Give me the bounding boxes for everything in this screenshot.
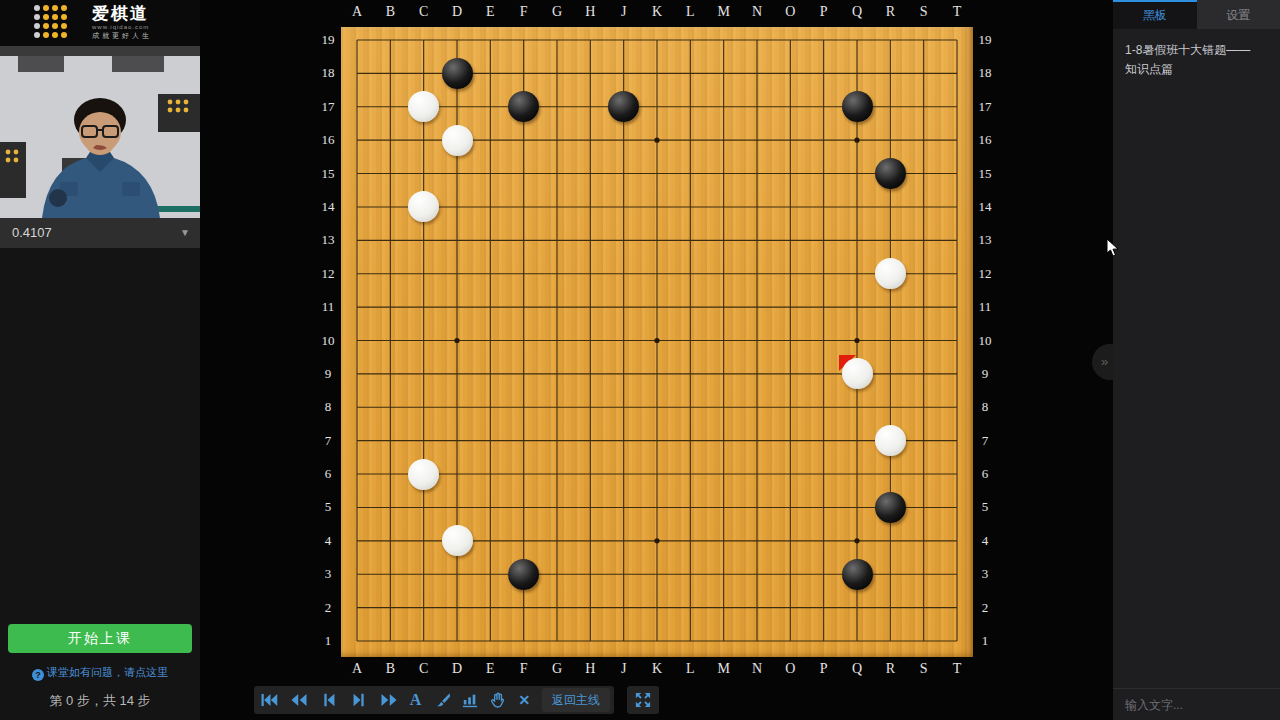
col-label-top-K: K bbox=[645, 4, 669, 20]
col-label-bottom-K: K bbox=[645, 661, 669, 677]
row-label-left-9: 9 bbox=[316, 366, 340, 382]
go-board-area: AABBCCDDEEFFGGHHJJKKLLMMNNOOPPQQRRSSTT11… bbox=[200, 0, 1113, 720]
row-label-left-6: 6 bbox=[316, 466, 340, 482]
right-sidebar: 黑板 设置 1-8暑假班十大错题—— 知识点篇 发送 bbox=[1113, 0, 1280, 720]
sidebar-tab-bar: 黑板 设置 bbox=[1113, 0, 1280, 29]
brand-text: 爱棋道 www.iqidao.com 成就更好人生 bbox=[92, 5, 152, 41]
go-board[interactable] bbox=[341, 27, 973, 657]
fast-rewind-button[interactable] bbox=[284, 686, 314, 714]
row-label-left-19: 19 bbox=[316, 32, 340, 48]
row-label-right-7: 7 bbox=[973, 433, 997, 449]
help-link[interactable]: ?课堂如有问题，请点这里 bbox=[0, 665, 200, 681]
move-step-status: 第 0 步，共 14 步 bbox=[0, 692, 200, 710]
col-label-bottom-R: R bbox=[878, 661, 902, 677]
brush-tool-button[interactable] bbox=[429, 686, 456, 714]
col-label-bottom-T: T bbox=[945, 661, 969, 677]
col-label-top-R: R bbox=[878, 4, 902, 20]
fullscreen-button[interactable] bbox=[628, 686, 658, 714]
fast-forward-button[interactable] bbox=[374, 686, 404, 714]
col-label-bottom-B: B bbox=[378, 661, 402, 677]
chevron-down-icon: ▼ bbox=[180, 218, 190, 248]
brand-url: www.iqidao.com bbox=[92, 24, 152, 30]
row-label-left-2: 2 bbox=[316, 600, 340, 616]
col-label-bottom-G: G bbox=[545, 661, 569, 677]
col-label-bottom-Q: Q bbox=[845, 661, 869, 677]
col-label-bottom-N: N bbox=[745, 661, 769, 677]
row-label-right-14: 14 bbox=[973, 199, 997, 215]
brand-slogan: 成就更好人生 bbox=[92, 31, 152, 41]
brand-logo-icon bbox=[34, 5, 70, 41]
row-label-right-9: 9 bbox=[973, 366, 997, 382]
question-icon: ? bbox=[32, 669, 44, 681]
chart-icon bbox=[462, 692, 478, 708]
row-label-left-17: 17 bbox=[316, 99, 340, 115]
chart-tool-button[interactable] bbox=[456, 686, 483, 714]
skip-to-start-button[interactable] bbox=[254, 686, 284, 714]
row-label-right-10: 10 bbox=[973, 333, 997, 349]
col-label-top-A: A bbox=[345, 4, 369, 20]
row-label-right-11: 11 bbox=[973, 299, 997, 315]
row-label-right-16: 16 bbox=[973, 132, 997, 148]
black-stone-F3[interactable] bbox=[508, 559, 539, 590]
row-label-right-2: 2 bbox=[973, 600, 997, 616]
annotation-toolbar: A ✕ 返回主线 bbox=[402, 686, 614, 714]
chat-bar: 发送 bbox=[1113, 688, 1280, 720]
black-stone-R15[interactable] bbox=[875, 158, 906, 189]
black-stone-D18[interactable] bbox=[442, 58, 473, 89]
black-stone-Q3[interactable] bbox=[842, 559, 873, 590]
row-label-right-3: 3 bbox=[973, 566, 997, 582]
col-label-top-G: G bbox=[545, 4, 569, 20]
help-text: 课堂如有问题，请点这里 bbox=[47, 666, 168, 678]
col-label-bottom-C: C bbox=[412, 661, 436, 677]
col-label-top-E: E bbox=[478, 4, 502, 20]
stream-quality-dropdown[interactable]: 0.4107 ▼ bbox=[0, 218, 200, 248]
step-back-button[interactable] bbox=[314, 686, 344, 714]
tab-blackboard[interactable]: 黑板 bbox=[1113, 0, 1197, 29]
col-label-bottom-O: O bbox=[778, 661, 802, 677]
start-class-button[interactable]: 开始上课 bbox=[8, 624, 192, 653]
row-label-left-18: 18 bbox=[316, 65, 340, 81]
col-label-bottom-H: H bbox=[578, 661, 602, 677]
col-label-top-P: P bbox=[812, 4, 836, 20]
col-label-top-D: D bbox=[445, 4, 469, 20]
col-label-bottom-E: E bbox=[478, 661, 502, 677]
white-stone-D16[interactable] bbox=[442, 125, 473, 156]
row-label-right-15: 15 bbox=[973, 166, 997, 182]
col-label-bottom-L: L bbox=[678, 661, 702, 677]
brush-icon bbox=[435, 692, 451, 708]
row-label-left-10: 10 bbox=[316, 333, 340, 349]
app-window: 爱棋道 www.iqidao.com 成就更好人生 bbox=[0, 0, 1280, 720]
fullscreen-expand-icon bbox=[635, 692, 651, 708]
col-label-bottom-A: A bbox=[345, 661, 369, 677]
mouse-cursor bbox=[1106, 238, 1120, 262]
clear-annotation-button[interactable]: ✕ bbox=[511, 686, 538, 714]
step-forward-button[interactable] bbox=[344, 686, 374, 714]
col-label-top-N: N bbox=[745, 4, 769, 20]
row-label-right-19: 19 bbox=[973, 32, 997, 48]
row-label-left-11: 11 bbox=[316, 299, 340, 315]
col-label-bottom-S: S bbox=[912, 661, 936, 677]
row-label-right-18: 18 bbox=[973, 65, 997, 81]
stream-quality-value: 0.4107 bbox=[12, 225, 52, 240]
col-label-bottom-P: P bbox=[812, 661, 836, 677]
row-label-left-13: 13 bbox=[316, 232, 340, 248]
brand-header: 爱棋道 www.iqidao.com 成就更好人生 bbox=[0, 0, 200, 46]
row-label-right-6: 6 bbox=[973, 466, 997, 482]
row-label-left-7: 7 bbox=[316, 433, 340, 449]
board-grid bbox=[341, 27, 973, 657]
text-tool-button[interactable]: A bbox=[402, 686, 429, 714]
row-label-right-1: 1 bbox=[973, 633, 997, 649]
chevrons-right-icon: » bbox=[1101, 354, 1108, 369]
tab-settings[interactable]: 设置 bbox=[1197, 0, 1280, 29]
row-label-right-8: 8 bbox=[973, 399, 997, 415]
return-main-line-button[interactable]: 返回主线 bbox=[542, 688, 610, 712]
col-label-bottom-D: D bbox=[445, 661, 469, 677]
col-label-bottom-J: J bbox=[612, 661, 636, 677]
close-icon: ✕ bbox=[519, 692, 531, 708]
col-label-top-H: H bbox=[578, 4, 602, 20]
brand-title: 爱棋道 bbox=[92, 5, 152, 22]
left-sidebar: 爱棋道 www.iqidao.com 成就更好人生 bbox=[0, 0, 200, 720]
row-label-right-12: 12 bbox=[973, 266, 997, 282]
col-label-top-C: C bbox=[412, 4, 436, 20]
col-label-top-B: B bbox=[378, 4, 402, 20]
col-label-bottom-F: F bbox=[512, 661, 536, 677]
col-label-top-M: M bbox=[712, 4, 736, 20]
row-label-left-8: 8 bbox=[316, 399, 340, 415]
row-label-left-3: 3 bbox=[316, 566, 340, 582]
lesson-title: 1-8暑假班十大错题—— 知识点篇 bbox=[1113, 29, 1280, 79]
black-stone-R5[interactable] bbox=[875, 492, 906, 523]
row-label-right-5: 5 bbox=[973, 499, 997, 515]
row-label-right-4: 4 bbox=[973, 533, 997, 549]
row-label-left-15: 15 bbox=[316, 166, 340, 182]
row-label-left-4: 4 bbox=[316, 533, 340, 549]
row-label-right-13: 13 bbox=[973, 232, 997, 248]
col-label-top-J: J bbox=[612, 4, 636, 20]
text-tool-icon: A bbox=[410, 691, 422, 709]
row-label-left-12: 12 bbox=[316, 266, 340, 282]
row-label-right-17: 17 bbox=[973, 99, 997, 115]
lesson-title-line2: 知识点篇 bbox=[1125, 60, 1268, 79]
col-label-top-T: T bbox=[945, 4, 969, 20]
chat-input[interactable] bbox=[1113, 698, 1280, 712]
col-label-bottom-M: M bbox=[712, 661, 736, 677]
hand-tool-button[interactable] bbox=[484, 686, 511, 714]
lesson-title-line1: 1-8暑假班十大错题—— bbox=[1125, 41, 1268, 60]
white-stone-Q9[interactable] bbox=[842, 358, 873, 389]
teacher-video-feed bbox=[0, 46, 200, 218]
black-stone-Q17[interactable] bbox=[842, 91, 873, 122]
row-label-left-16: 16 bbox=[316, 132, 340, 148]
col-label-top-L: L bbox=[678, 4, 702, 20]
white-stone-R12[interactable] bbox=[875, 258, 906, 289]
col-label-top-S: S bbox=[912, 4, 936, 20]
fullscreen-toolbar bbox=[627, 686, 659, 714]
row-label-left-14: 14 bbox=[316, 199, 340, 215]
row-label-left-1: 1 bbox=[316, 633, 340, 649]
white-stone-R7[interactable] bbox=[875, 425, 906, 456]
white-stone-C6[interactable] bbox=[408, 459, 439, 490]
hand-icon bbox=[490, 692, 505, 708]
col-label-top-O: O bbox=[778, 4, 802, 20]
col-label-top-Q: Q bbox=[845, 4, 869, 20]
col-label-top-F: F bbox=[512, 4, 536, 20]
row-label-left-5: 5 bbox=[316, 499, 340, 515]
white-stone-D4[interactable] bbox=[442, 525, 473, 556]
